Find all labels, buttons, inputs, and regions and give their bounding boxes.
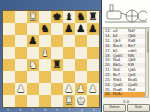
white-move[interactable]: Rc8+ — [113, 92, 128, 96]
exit-button[interactable]: Salir — [127, 104, 150, 112]
black-pawn: ♟ — [65, 24, 74, 34]
white-pawn: ♟ — [65, 84, 74, 94]
square-a7[interactable] — [3, 23, 15, 35]
black-king: ♚ — [53, 12, 62, 22]
board-grid: ♜♚♝♞♜♞♟♟♟♟♝♞♜♟♟♟♟♜♚ — [3, 11, 99, 107]
file-label-d: d — [39, 108, 51, 112]
black-bishop: ♝ — [65, 12, 74, 22]
square-f1[interactable]: ♜ — [63, 95, 75, 107]
square-a6[interactable] — [3, 35, 15, 47]
square-f2[interactable]: ♟ — [63, 83, 75, 95]
black-knight: ♞ — [41, 24, 50, 34]
file-coordinates: abcdefgh — [2, 108, 100, 112]
square-h4[interactable] — [87, 59, 99, 71]
file-label-g: g — [76, 108, 88, 112]
square-h1[interactable] — [87, 95, 99, 107]
back-button[interactable]: Volver — [103, 104, 126, 112]
square-h6[interactable] — [87, 35, 99, 47]
file-label-f: f — [63, 108, 75, 112]
square-f7[interactable]: ♟ — [63, 23, 75, 35]
white-king: ♚ — [77, 96, 86, 106]
square-a3[interactable] — [3, 71, 15, 83]
white-rook: ♜ — [29, 12, 38, 22]
square-c8[interactable]: ♜ — [27, 11, 39, 23]
white-pawn: ♟ — [77, 84, 86, 94]
square-c6[interactable]: ♟ — [27, 35, 39, 47]
square-h8[interactable]: ♜ — [87, 11, 99, 23]
square-c5[interactable] — [27, 47, 39, 59]
white-pawn: ♟ — [89, 84, 98, 94]
square-b8[interactable] — [15, 11, 27, 23]
square-e3[interactable] — [51, 71, 63, 83]
square-f3[interactable] — [63, 71, 75, 83]
square-c1[interactable] — [27, 95, 39, 107]
black-move[interactable]: Re4 — [128, 88, 145, 92]
square-g7[interactable]: ♟ — [75, 23, 87, 35]
square-d1[interactable] — [39, 95, 51, 107]
move-list-scrollbar[interactable] — [145, 28, 149, 98]
square-a4[interactable] — [3, 59, 15, 71]
square-d7[interactable]: ♞ — [39, 23, 51, 35]
square-a2[interactable] — [3, 83, 15, 95]
black-pawn: ♟ — [89, 24, 98, 34]
engine-artwork — [102, 0, 150, 28]
square-c2[interactable] — [27, 83, 39, 95]
square-h5[interactable] — [87, 47, 99, 59]
file-label-c: c — [27, 108, 39, 112]
square-e4[interactable]: ♜ — [51, 59, 63, 71]
square-d5[interactable]: ♝ — [39, 47, 51, 59]
app-window: ♜♚♝♞♜♞♟♟♟♟♝♞♜♟♟♟♟♜♚ abcdefgh 13.a3Nd714.… — [0, 0, 150, 112]
square-e7[interactable] — [51, 23, 63, 35]
square-d6[interactable] — [39, 35, 51, 47]
square-f4[interactable] — [63, 59, 75, 71]
square-a8[interactable] — [3, 11, 15, 23]
square-f5[interactable] — [63, 47, 75, 59]
square-g8[interactable]: ♞ — [75, 11, 87, 23]
move-row-26[interactable]: 26.Rc8+ — [104, 92, 145, 97]
square-g1[interactable]: ♚ — [75, 95, 87, 107]
black-rook: ♜ — [89, 12, 98, 22]
square-h2[interactable]: ♟ — [87, 83, 99, 95]
square-h7[interactable]: ♟ — [87, 23, 99, 35]
square-g3[interactable] — [75, 71, 87, 83]
move-list: 13.a3Nd714.b4Qb615.Qb3Rd816.Bxc4Be717.b5… — [103, 28, 146, 98]
black-pawn: ♟ — [77, 24, 86, 34]
white-bishop: ♝ — [41, 48, 50, 58]
white-knight: ♞ — [29, 60, 38, 70]
file-label-e: e — [51, 108, 63, 112]
square-f8[interactable]: ♝ — [63, 11, 75, 23]
square-d3[interactable] — [39, 71, 51, 83]
square-g2[interactable]: ♟ — [75, 83, 87, 95]
black-knight: ♞ — [77, 12, 86, 22]
square-b4[interactable] — [15, 59, 27, 71]
square-h3[interactable] — [87, 71, 99, 83]
square-b3[interactable] — [15, 71, 27, 83]
square-c4[interactable]: ♞ — [27, 59, 39, 71]
square-b5[interactable] — [15, 47, 27, 59]
square-e5[interactable] — [51, 47, 63, 59]
scrollbar-thumb[interactable] — [147, 31, 150, 53]
square-g5[interactable] — [75, 47, 87, 59]
square-e8[interactable]: ♚ — [51, 11, 63, 23]
square-c7[interactable] — [27, 23, 39, 35]
square-e1[interactable] — [51, 95, 63, 107]
black-rook: ♜ — [53, 60, 62, 70]
square-d8[interactable] — [39, 11, 51, 23]
square-e2[interactable] — [51, 83, 63, 95]
steam-engine-illustration — [105, 3, 147, 25]
move-number: 26. — [105, 92, 113, 96]
white-pawn: ♟ — [17, 84, 26, 94]
side-panel: 13.a3Nd714.b4Qb615.Qb3Rd816.Bxc4Be717.b5… — [101, 0, 150, 112]
square-b6[interactable] — [15, 35, 27, 47]
panel-buttons: Volver Salir — [103, 104, 150, 111]
square-d2[interactable] — [39, 83, 51, 95]
square-b1[interactable] — [15, 95, 27, 107]
square-g6[interactable] — [75, 35, 87, 47]
file-label-a: a — [2, 108, 14, 112]
file-label-b: b — [14, 108, 26, 112]
square-g4[interactable] — [75, 59, 87, 71]
square-b7[interactable] — [15, 23, 27, 35]
square-b2[interactable]: ♟ — [15, 83, 27, 95]
square-a1[interactable] — [3, 95, 15, 107]
white-rook: ♜ — [65, 96, 74, 106]
square-a5[interactable] — [3, 47, 15, 59]
file-label-h: h — [88, 108, 100, 112]
square-c3[interactable] — [27, 71, 39, 83]
square-d4[interactable] — [39, 59, 51, 71]
chess-board: ♜♚♝♞♜♞♟♟♟♟♝♞♜♟♟♟♟♜♚ — [2, 10, 100, 108]
square-f6[interactable] — [63, 35, 75, 47]
square-e6[interactable] — [51, 35, 63, 47]
black-pawn: ♟ — [29, 36, 38, 46]
